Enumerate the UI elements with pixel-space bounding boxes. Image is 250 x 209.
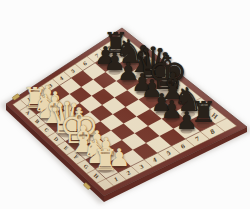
piece-white-rook-h1[interactable]: ♜ — [92, 146, 118, 175]
chess-set-photo: AABBCCDDEEFFGGHH1122334455667788♜♞♟♟♝♟♛♟… — [0, 0, 250, 209]
piece-black-pawn-h7[interactable]: ♟ — [176, 108, 198, 132]
